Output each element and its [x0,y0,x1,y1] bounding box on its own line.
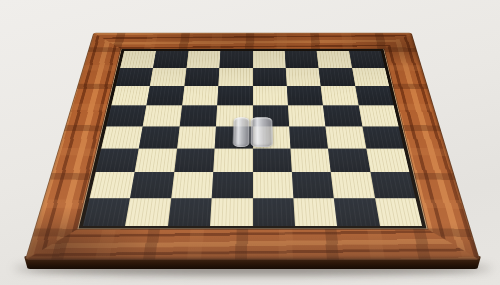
square-c8[interactable] [186,51,220,68]
square-h2[interactable] [370,172,415,198]
square-f4[interactable] [289,126,328,148]
square-e7[interactable] [253,68,287,86]
sticker-tab-left [233,117,250,147]
square-h7[interactable] [352,68,389,86]
square-c7[interactable] [184,68,219,86]
center-sticker [233,117,273,147]
square-f8[interactable] [285,51,319,68]
square-a5[interactable] [106,105,146,126]
square-d7[interactable] [218,68,252,86]
square-d2[interactable] [212,172,253,198]
square-a6[interactable] [111,86,150,105]
square-h3[interactable] [366,148,409,172]
square-g2[interactable] [331,172,375,198]
square-b6[interactable] [147,86,185,105]
square-g1[interactable] [334,198,380,226]
chessboard [25,33,480,260]
square-a2[interactable] [90,172,135,198]
square-a8[interactable] [120,51,156,68]
square-e3[interactable] [253,148,292,172]
square-e6[interactable] [253,86,288,105]
square-b2[interactable] [130,172,174,198]
square-c3[interactable] [174,148,215,172]
sticker-tab-right [251,117,272,147]
square-g6[interactable] [321,86,359,105]
square-c6[interactable] [182,86,218,105]
square-c5[interactable] [179,105,217,126]
square-h1[interactable] [375,198,422,226]
square-g8[interactable] [317,51,352,68]
square-h5[interactable] [358,105,398,126]
scene [0,0,500,285]
square-g4[interactable] [326,126,366,148]
square-a3[interactable] [96,148,139,172]
square-g7[interactable] [319,68,355,86]
square-h6[interactable] [355,86,394,105]
square-f2[interactable] [292,172,334,198]
square-b3[interactable] [135,148,177,172]
square-f1[interactable] [293,198,337,226]
square-d6[interactable] [217,86,252,105]
square-f7[interactable] [286,68,321,86]
square-e2[interactable] [253,172,294,198]
square-f5[interactable] [288,105,326,126]
square-d3[interactable] [213,148,252,172]
square-g5[interactable] [323,105,362,126]
square-f3[interactable] [290,148,331,172]
square-d1[interactable] [210,198,252,226]
square-a4[interactable] [101,126,143,148]
square-b4[interactable] [139,126,179,148]
square-a7[interactable] [116,68,153,86]
square-b1[interactable] [125,198,171,226]
square-e8[interactable] [253,51,286,68]
square-d8[interactable] [219,51,252,68]
square-b7[interactable] [150,68,186,86]
square-f6[interactable] [287,86,323,105]
square-b8[interactable] [153,51,188,68]
square-c4[interactable] [177,126,216,148]
square-e1[interactable] [253,198,295,226]
square-b5[interactable] [143,105,182,126]
square-h4[interactable] [362,126,404,148]
square-a1[interactable] [83,198,130,226]
square-h8[interactable] [349,51,385,68]
square-c1[interactable] [168,198,212,226]
square-g3[interactable] [328,148,370,172]
square-c2[interactable] [171,172,213,198]
